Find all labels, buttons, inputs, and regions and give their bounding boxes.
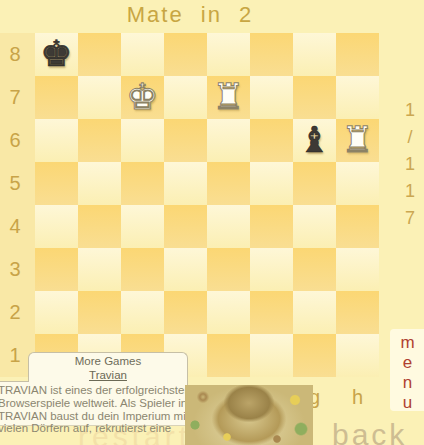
- square-d7[interactable]: [164, 76, 207, 119]
- square-g8[interactable]: [293, 33, 336, 76]
- square-g3[interactable]: [293, 248, 336, 291]
- square-e3[interactable]: [207, 248, 250, 291]
- travian-link[interactable]: Travian: [28, 369, 188, 381]
- square-e5[interactable]: [207, 162, 250, 205]
- square-e2[interactable]: [207, 291, 250, 334]
- rank-label-5: 5: [0, 162, 30, 205]
- square-h8[interactable]: [336, 33, 379, 76]
- square-h7[interactable]: [336, 76, 379, 119]
- square-g2[interactable]: [293, 291, 336, 334]
- square-d4[interactable]: [164, 205, 207, 248]
- square-g7[interactable]: [293, 76, 336, 119]
- square-a2[interactable]: [35, 291, 78, 334]
- square-b5[interactable]: [78, 162, 121, 205]
- square-d5[interactable]: [164, 162, 207, 205]
- square-f1[interactable]: [250, 334, 293, 377]
- puzzle-page: Mate in 2 87654321 ♚♚♜♝♜ abcdefgh 1/117 …: [0, 0, 424, 445]
- square-g1[interactable]: [293, 334, 336, 377]
- square-d3[interactable]: [164, 248, 207, 291]
- white-rook-piece[interactable]: ♜: [207, 76, 250, 119]
- square-c6[interactable]: [121, 119, 164, 162]
- square-c8[interactable]: [121, 33, 164, 76]
- square-a7[interactable]: [35, 76, 78, 119]
- square-c3[interactable]: [121, 248, 164, 291]
- square-d6[interactable]: [164, 119, 207, 162]
- square-c2[interactable]: [121, 291, 164, 334]
- black-bishop-piece[interactable]: ♝: [293, 119, 336, 162]
- square-e1[interactable]: [207, 334, 250, 377]
- square-b3[interactable]: [78, 248, 121, 291]
- square-b4[interactable]: [78, 205, 121, 248]
- square-b2[interactable]: [78, 291, 121, 334]
- square-c4[interactable]: [121, 205, 164, 248]
- back-button[interactable]: back: [332, 418, 407, 445]
- square-b7[interactable]: [78, 76, 121, 119]
- white-rook-piece[interactable]: ♜: [336, 119, 379, 162]
- menu-tab-label[interactable]: menu: [397, 333, 417, 413]
- square-f3[interactable]: [250, 248, 293, 291]
- square-f4[interactable]: [250, 205, 293, 248]
- rank-labels: 87654321: [0, 33, 30, 377]
- square-a4[interactable]: [35, 205, 78, 248]
- square-f5[interactable]: [250, 162, 293, 205]
- square-h1[interactable]: [336, 334, 379, 377]
- square-h5[interactable]: [336, 162, 379, 205]
- square-g6[interactable]: ♝: [293, 119, 336, 162]
- square-d8[interactable]: [164, 33, 207, 76]
- black-king-piece[interactable]: ♚: [35, 33, 78, 76]
- square-f8[interactable]: [250, 33, 293, 76]
- square-g4[interactable]: [293, 205, 336, 248]
- rank-label-4: 4: [0, 205, 30, 248]
- rank-label-7: 7: [0, 76, 30, 119]
- more-games-header: More Games: [28, 355, 188, 367]
- square-a3[interactable]: [35, 248, 78, 291]
- square-c5[interactable]: [121, 162, 164, 205]
- menu-tab[interactable]: menu: [390, 329, 424, 411]
- rank-label-3: 3: [0, 248, 30, 291]
- square-e6[interactable]: [207, 119, 250, 162]
- square-a6[interactable]: [35, 119, 78, 162]
- square-c7[interactable]: ♚: [121, 76, 164, 119]
- travian-ad-image[interactable]: [185, 385, 313, 445]
- chess-board: ♚♚♜♝♜: [35, 33, 379, 377]
- square-f2[interactable]: [250, 291, 293, 334]
- square-a5[interactable]: [35, 162, 78, 205]
- rank-label-1: 1: [0, 334, 30, 377]
- rank-label-8: 8: [0, 33, 30, 76]
- rank-label-6: 6: [0, 119, 30, 162]
- file-label-h: h: [336, 383, 379, 413]
- rank-label-2: 2: [0, 291, 30, 334]
- square-d2[interactable]: [164, 291, 207, 334]
- square-h2[interactable]: [336, 291, 379, 334]
- square-h4[interactable]: [336, 205, 379, 248]
- square-f6[interactable]: [250, 119, 293, 162]
- square-h6[interactable]: ♜: [336, 119, 379, 162]
- square-a8[interactable]: ♚: [35, 33, 78, 76]
- square-b6[interactable]: [78, 119, 121, 162]
- square-h3[interactable]: [336, 248, 379, 291]
- square-e7[interactable]: ♜: [207, 76, 250, 119]
- puzzle-counter: 1/117: [392, 100, 420, 235]
- square-f7[interactable]: [250, 76, 293, 119]
- page-title: Mate in 2: [0, 2, 380, 28]
- white-king-piece[interactable]: ♚: [121, 76, 164, 119]
- square-b8[interactable]: [78, 33, 121, 76]
- square-g5[interactable]: [293, 162, 336, 205]
- square-e8[interactable]: [207, 33, 250, 76]
- square-e4[interactable]: [207, 205, 250, 248]
